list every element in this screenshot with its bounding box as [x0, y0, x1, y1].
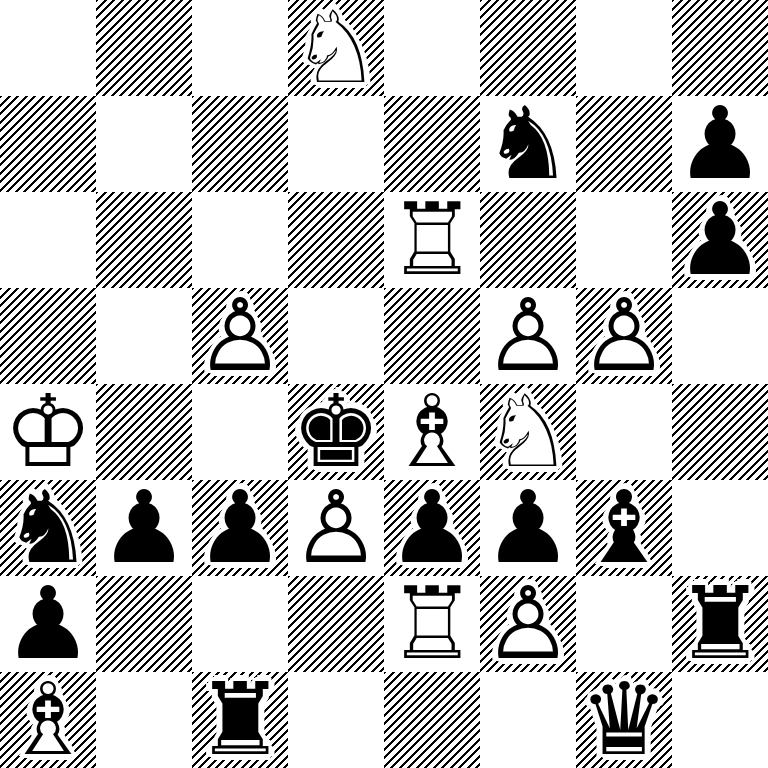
- square-f5[interactable]: ♟♙: [480, 288, 576, 384]
- square-e8[interactable]: [384, 0, 480, 96]
- black-pawn-icon[interactable]: ♟♟: [672, 96, 768, 192]
- piece-glyph: ♚: [288, 384, 384, 480]
- square-a7[interactable]: [0, 96, 96, 192]
- square-b8[interactable]: [96, 0, 192, 96]
- square-c6[interactable]: [192, 192, 288, 288]
- square-f2[interactable]: ♟♙: [480, 576, 576, 672]
- white-knight-icon[interactable]: ♞♘: [288, 0, 384, 96]
- square-f7[interactable]: ♞♞: [480, 96, 576, 192]
- square-a8[interactable]: [0, 0, 96, 96]
- square-g4[interactable]: [576, 384, 672, 480]
- square-a2[interactable]: ♟♟: [0, 576, 96, 672]
- square-a5[interactable]: [0, 288, 96, 384]
- black-king-icon[interactable]: ♚♚: [288, 384, 384, 480]
- white-pawn-icon[interactable]: ♟♙: [288, 480, 384, 576]
- square-f3[interactable]: ♟♟: [480, 480, 576, 576]
- square-b1[interactable]: [96, 672, 192, 768]
- square-e2[interactable]: ♜♖: [384, 576, 480, 672]
- square-a6[interactable]: [0, 192, 96, 288]
- square-g1[interactable]: ♛♛: [576, 672, 672, 768]
- square-h3[interactable]: [672, 480, 768, 576]
- piece-glyph: ♖: [384, 192, 480, 288]
- black-pawn-icon[interactable]: ♟♟: [96, 480, 192, 576]
- black-pawn-icon[interactable]: ♟♟: [384, 480, 480, 576]
- piece-glyph: ♘: [288, 0, 384, 96]
- white-rook-icon[interactable]: ♜♖: [384, 192, 480, 288]
- piece-glyph: ♝: [576, 480, 672, 576]
- piece-glyph: ♞: [0, 480, 96, 576]
- white-rook-icon[interactable]: ♜♖: [384, 576, 480, 672]
- square-b5[interactable]: [96, 288, 192, 384]
- square-b7[interactable]: [96, 96, 192, 192]
- square-g2[interactable]: [576, 576, 672, 672]
- square-c7[interactable]: [192, 96, 288, 192]
- piece-glyph: ♙: [288, 480, 384, 576]
- square-f1[interactable]: [480, 672, 576, 768]
- piece-glyph: ♟: [0, 576, 96, 672]
- square-c8[interactable]: [192, 0, 288, 96]
- square-h8[interactable]: [672, 0, 768, 96]
- square-a1[interactable]: ♝♗: [0, 672, 96, 768]
- square-g6[interactable]: [576, 192, 672, 288]
- square-b3[interactable]: ♟♟: [96, 480, 192, 576]
- piece-glyph: ♟: [672, 96, 768, 192]
- square-h5[interactable]: [672, 288, 768, 384]
- square-c3[interactable]: ♟♟: [192, 480, 288, 576]
- white-bishop-icon[interactable]: ♝♗: [384, 384, 480, 480]
- square-e5[interactable]: [384, 288, 480, 384]
- piece-glyph: ♜: [672, 576, 768, 672]
- piece-glyph: ♟: [192, 480, 288, 576]
- white-bishop-icon[interactable]: ♝♗: [0, 672, 96, 768]
- white-pawn-icon[interactable]: ♟♙: [480, 576, 576, 672]
- square-h2[interactable]: ♜♜: [672, 576, 768, 672]
- piece-glyph: ♔: [0, 384, 96, 480]
- square-f4[interactable]: ♞♘: [480, 384, 576, 480]
- piece-glyph: ♗: [0, 672, 96, 768]
- black-pawn-icon[interactable]: ♟♟: [0, 576, 96, 672]
- square-d4[interactable]: ♚♚: [288, 384, 384, 480]
- square-a4[interactable]: ♚♔: [0, 384, 96, 480]
- piece-glyph: ♛: [576, 672, 672, 768]
- black-pawn-icon[interactable]: ♟♟: [672, 192, 768, 288]
- piece-glyph: ♖: [384, 576, 480, 672]
- square-g3[interactable]: ♝♝: [576, 480, 672, 576]
- square-h4[interactable]: [672, 384, 768, 480]
- black-queen-icon[interactable]: ♛♛: [576, 672, 672, 768]
- piece-glyph: ♙: [192, 288, 288, 384]
- piece-glyph: ♟: [672, 192, 768, 288]
- square-d6[interactable]: [288, 192, 384, 288]
- black-rook-icon[interactable]: ♜♜: [192, 672, 288, 768]
- square-g5[interactable]: ♟♙: [576, 288, 672, 384]
- square-c4[interactable]: [192, 384, 288, 480]
- square-b4[interactable]: [96, 384, 192, 480]
- piece-glyph: ♜: [192, 672, 288, 768]
- black-knight-icon[interactable]: ♞♞: [0, 480, 96, 576]
- square-e1[interactable]: [384, 672, 480, 768]
- square-e4[interactable]: ♝♗: [384, 384, 480, 480]
- black-pawn-icon[interactable]: ♟♟: [192, 480, 288, 576]
- white-pawn-icon[interactable]: ♟♙: [192, 288, 288, 384]
- square-e7[interactable]: [384, 96, 480, 192]
- square-b2[interactable]: [96, 576, 192, 672]
- square-e3[interactable]: ♟♟: [384, 480, 480, 576]
- piece-glyph: ♗: [384, 384, 480, 480]
- square-a3[interactable]: ♞♞: [0, 480, 96, 576]
- square-d5[interactable]: [288, 288, 384, 384]
- piece-glyph: ♟: [480, 480, 576, 576]
- square-h7[interactable]: ♟♟: [672, 96, 768, 192]
- square-c1[interactable]: ♜♜: [192, 672, 288, 768]
- piece-glyph: ♞: [480, 96, 576, 192]
- black-rook-icon[interactable]: ♜♜: [672, 576, 768, 672]
- square-d8[interactable]: ♞♘: [288, 0, 384, 96]
- white-king-icon[interactable]: ♚♔: [0, 384, 96, 480]
- piece-glyph: ♟: [384, 480, 480, 576]
- black-bishop-icon[interactable]: ♝♝: [576, 480, 672, 576]
- square-b6[interactable]: [96, 192, 192, 288]
- chess-board: ♞♘♞♞♟♟♜♖♟♟♟♙♟♙♟♙♚♔♚♚♝♗♞♘♞♞♟♟♟♟♟♙♟♟♟♟♝♝♟♟…: [0, 0, 768, 768]
- square-c5[interactable]: ♟♙: [192, 288, 288, 384]
- square-f6[interactable]: [480, 192, 576, 288]
- square-d3[interactable]: ♟♙: [288, 480, 384, 576]
- square-d7[interactable]: [288, 96, 384, 192]
- piece-glyph: ♟: [96, 480, 192, 576]
- white-pawn-icon[interactable]: ♟♙: [576, 288, 672, 384]
- black-pawn-icon[interactable]: ♟♟: [480, 480, 576, 576]
- square-f8[interactable]: [480, 0, 576, 96]
- square-d1[interactable]: [288, 672, 384, 768]
- square-e6[interactable]: ♜♖: [384, 192, 480, 288]
- piece-glyph: ♘: [480, 384, 576, 480]
- piece-glyph: ♙: [480, 288, 576, 384]
- black-knight-icon[interactable]: ♞♞: [480, 96, 576, 192]
- square-h6[interactable]: ♟♟: [672, 192, 768, 288]
- square-c2[interactable]: [192, 576, 288, 672]
- white-knight-icon[interactable]: ♞♘: [480, 384, 576, 480]
- square-g8[interactable]: [576, 0, 672, 96]
- square-h1[interactable]: [672, 672, 768, 768]
- white-pawn-icon[interactable]: ♟♙: [480, 288, 576, 384]
- piece-glyph: ♙: [576, 288, 672, 384]
- square-g7[interactable]: [576, 96, 672, 192]
- square-d2[interactable]: [288, 576, 384, 672]
- piece-glyph: ♙: [480, 576, 576, 672]
